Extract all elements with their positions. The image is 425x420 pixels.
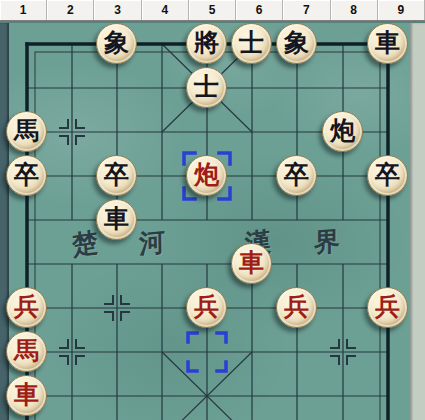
piece-red-chariot[interactable]: 車 <box>231 243 272 284</box>
xiangqi-board[interactable]: 楚河漢界 象將士象車士馬炮卒卒炮卒卒車車兵兵兵兵馬車 <box>0 21 425 420</box>
river-label: 楚 <box>71 224 100 263</box>
piece-black-soldier[interactable]: 卒 <box>276 155 317 196</box>
piece-black-advisor[interactable]: 士 <box>186 67 227 108</box>
file-label-1: 1 <box>0 0 47 20</box>
piece-red-soldier[interactable]: 兵 <box>367 287 408 328</box>
file-label-3: 3 <box>94 0 141 20</box>
piece-red-soldier[interactable]: 兵 <box>186 287 227 328</box>
piece-red-horse[interactable]: 馬 <box>6 331 47 372</box>
piece-glyph: 士 <box>239 30 264 55</box>
piece-glyph: 將 <box>194 30 219 55</box>
river-label: 界 <box>314 224 340 261</box>
piece-glyph: 兵 <box>375 294 400 319</box>
piece-red-chariot[interactable]: 車 <box>6 375 47 416</box>
piece-black-elephant[interactable]: 象 <box>276 23 317 64</box>
piece-glyph: 兵 <box>14 294 39 319</box>
piece-black-horse[interactable]: 馬 <box>6 111 47 152</box>
river-label: 河 <box>139 224 166 261</box>
piece-red-soldier[interactable]: 兵 <box>276 287 317 328</box>
piece-glyph: 象 <box>284 30 309 55</box>
piece-glyph: 車 <box>104 206 129 231</box>
piece-black-advisor[interactable]: 士 <box>231 23 272 64</box>
piece-black-general[interactable]: 將 <box>186 23 227 64</box>
piece-black-soldier[interactable]: 卒 <box>367 155 408 196</box>
piece-red-cannon[interactable]: 炮 <box>186 155 227 196</box>
piece-glyph: 兵 <box>284 294 309 319</box>
piece-black-soldier[interactable]: 卒 <box>96 155 137 196</box>
piece-glyph: 車 <box>14 382 39 407</box>
file-label-2: 2 <box>47 0 94 20</box>
xiangqi-app-window: 123456789 <box>0 0 425 420</box>
piece-glyph: 車 <box>375 30 400 55</box>
piece-glyph: 馬 <box>14 118 39 143</box>
piece-glyph: 車 <box>239 250 264 275</box>
piece-black-elephant[interactable]: 象 <box>96 23 137 64</box>
file-label-7: 7 <box>283 0 330 20</box>
piece-glyph: 卒 <box>104 162 129 187</box>
piece-black-chariot[interactable]: 車 <box>367 23 408 64</box>
file-label-4: 4 <box>142 0 189 20</box>
piece-glyph: 卒 <box>284 162 309 187</box>
file-number-header: 123456789 <box>0 0 425 21</box>
piece-glyph: 兵 <box>194 294 219 319</box>
piece-black-chariot[interactable]: 車 <box>96 199 137 240</box>
piece-red-soldier[interactable]: 兵 <box>6 287 47 328</box>
piece-glyph: 象 <box>104 30 129 55</box>
piece-black-soldier[interactable]: 卒 <box>6 155 47 196</box>
file-label-8: 8 <box>331 0 378 20</box>
file-label-5: 5 <box>189 0 236 20</box>
piece-glyph: 炮 <box>330 118 355 143</box>
file-label-6: 6 <box>236 0 283 20</box>
file-label-9: 9 <box>378 0 425 20</box>
piece-glyph: 馬 <box>14 338 39 363</box>
piece-glyph: 卒 <box>375 162 400 187</box>
piece-glyph: 卒 <box>14 162 39 187</box>
piece-black-cannon[interactable]: 炮 <box>322 111 363 152</box>
piece-glyph: 炮 <box>194 162 219 187</box>
piece-glyph: 士 <box>194 74 219 99</box>
